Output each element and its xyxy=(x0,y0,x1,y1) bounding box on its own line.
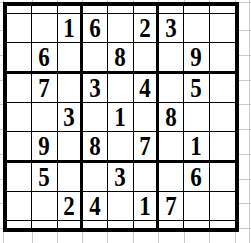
cell-r3c8[interactable]: 9 xyxy=(184,43,209,74)
cell-r2c9[interactable] xyxy=(210,14,235,43)
cell-r8c3[interactable]: 2 xyxy=(58,192,83,221)
cell-r3c4[interactable] xyxy=(83,43,108,74)
cell-r9c3[interactable] xyxy=(58,221,83,229)
cell-r2c4[interactable]: 6 xyxy=(83,14,108,43)
cell-r2c2[interactable] xyxy=(32,14,57,43)
cell-r5c8[interactable] xyxy=(184,103,209,132)
cell-r6c7[interactable] xyxy=(159,132,184,163)
cell-r3c3[interactable] xyxy=(58,43,83,74)
given-digit: 6 xyxy=(39,43,50,71)
cell-r7c3[interactable] xyxy=(58,163,83,192)
given-digit: 7 xyxy=(165,192,176,220)
given-digit: 1 xyxy=(191,132,202,160)
cell-r4c8[interactable]: 5 xyxy=(184,74,209,103)
cell-r8c4[interactable]: 4 xyxy=(83,192,108,221)
cell-r5c2[interactable] xyxy=(32,103,57,132)
given-digit: 3 xyxy=(165,14,176,42)
cell-r4c9[interactable] xyxy=(210,74,235,103)
cell-r8c7[interactable]: 7 xyxy=(159,192,184,221)
faint-column-gridline xyxy=(249,0,250,243)
cell-r9c2[interactable] xyxy=(32,221,57,229)
cell-r9c9[interactable] xyxy=(210,221,235,229)
cell-r3c9[interactable] xyxy=(210,43,235,74)
given-digit: 2 xyxy=(63,192,74,220)
cell-r7c1[interactable] xyxy=(7,163,32,192)
cell-r9c6[interactable] xyxy=(134,221,159,229)
cell-r8c2[interactable] xyxy=(32,192,57,221)
cell-r8c1[interactable] xyxy=(7,192,32,221)
given-digit: 7 xyxy=(39,74,50,102)
cell-r9c8[interactable] xyxy=(184,221,209,229)
given-digit: 4 xyxy=(139,74,150,102)
cell-r8c6[interactable]: 1 xyxy=(134,192,159,221)
cell-r6c4[interactable]: 8 xyxy=(83,132,108,163)
given-digit: 1 xyxy=(115,103,126,131)
cell-r7c5[interactable]: 3 xyxy=(108,163,133,192)
cell-r9c4[interactable] xyxy=(83,221,108,229)
cell-r1c1[interactable] xyxy=(7,6,32,14)
cell-r5c1[interactable] xyxy=(7,103,32,132)
cell-r9c1[interactable] xyxy=(7,221,32,229)
cell-r4c7[interactable] xyxy=(159,74,184,103)
cell-r1c9[interactable] xyxy=(210,6,235,14)
given-digit: 3 xyxy=(89,74,100,102)
cell-r1c5[interactable] xyxy=(108,6,133,14)
cell-r9c7[interactable] xyxy=(159,221,184,229)
cell-r4c6[interactable]: 4 xyxy=(134,74,159,103)
cell-r3c2[interactable]: 6 xyxy=(32,43,57,74)
cell-r2c8[interactable] xyxy=(184,14,209,43)
cell-r5c6[interactable] xyxy=(134,103,159,132)
given-digit: 8 xyxy=(115,43,126,71)
cell-r6c1[interactable] xyxy=(7,132,32,163)
cell-r5c7[interactable]: 8 xyxy=(159,103,184,132)
cell-r9c5[interactable] xyxy=(108,221,133,229)
given-digit: 5 xyxy=(191,74,202,102)
given-digit: 2 xyxy=(139,14,150,42)
given-digit: 4 xyxy=(89,192,100,220)
given-digit: 8 xyxy=(89,132,100,160)
given-digit: 3 xyxy=(115,163,126,191)
cell-r8c9[interactable] xyxy=(210,192,235,221)
cell-r4c3[interactable] xyxy=(58,74,83,103)
cell-r2c7[interactable]: 3 xyxy=(159,14,184,43)
cell-r1c2[interactable] xyxy=(32,6,57,14)
cell-r3c1[interactable] xyxy=(7,43,32,74)
cell-r3c6[interactable] xyxy=(134,43,159,74)
cell-r2c1[interactable] xyxy=(7,14,32,43)
cell-r5c5[interactable]: 1 xyxy=(108,103,133,132)
cell-r3c7[interactable] xyxy=(159,43,184,74)
cell-r8c8[interactable] xyxy=(184,192,209,221)
cell-r7c7[interactable] xyxy=(159,163,184,192)
cell-r2c5[interactable] xyxy=(108,14,133,43)
cell-r2c3[interactable]: 1 xyxy=(58,14,83,43)
given-digit: 9 xyxy=(39,132,50,160)
given-digit: 8 xyxy=(165,103,176,131)
cell-r4c1[interactable] xyxy=(7,74,32,103)
cell-r7c4[interactable] xyxy=(83,163,108,192)
given-digit: 1 xyxy=(63,14,74,42)
given-digit: 5 xyxy=(39,163,50,191)
cell-r4c4[interactable]: 3 xyxy=(83,74,108,103)
cell-r8c5[interactable] xyxy=(108,192,133,221)
cell-r5c3[interactable]: 3 xyxy=(58,103,83,132)
cell-r5c9[interactable] xyxy=(210,103,235,132)
given-digit: 3 xyxy=(63,103,74,131)
cell-r1c8[interactable] xyxy=(184,6,209,14)
cell-r6c6[interactable]: 7 xyxy=(134,132,159,163)
cell-r7c6[interactable] xyxy=(134,163,159,192)
cell-r4c5[interactable] xyxy=(108,74,133,103)
cell-r7c8[interactable]: 6 xyxy=(184,163,209,192)
cell-r6c9[interactable] xyxy=(210,132,235,163)
cell-r6c5[interactable] xyxy=(108,132,133,163)
cell-r7c9[interactable] xyxy=(210,163,235,192)
cell-r5c4[interactable] xyxy=(83,103,108,132)
cell-r7c2[interactable]: 5 xyxy=(32,163,57,192)
cell-r4c2[interactable]: 7 xyxy=(32,74,57,103)
given-digit: 7 xyxy=(139,132,150,160)
cell-r6c3[interactable] xyxy=(58,132,83,163)
given-digit: 9 xyxy=(191,43,202,71)
cell-r3c5[interactable]: 8 xyxy=(108,43,133,74)
cell-r6c2[interactable]: 9 xyxy=(32,132,57,163)
given-digit: 1 xyxy=(139,192,150,220)
cell-r6c8[interactable]: 1 xyxy=(184,132,209,163)
sudoku-board: 1623689734531898715362417 xyxy=(3,2,239,232)
cell-r2c6[interactable]: 2 xyxy=(134,14,159,43)
given-digit: 6 xyxy=(191,163,202,191)
given-digit: 6 xyxy=(89,14,100,42)
